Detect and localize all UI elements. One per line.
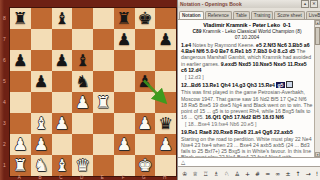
notation-para: 12...Bd6 13.Re1 Qh4 14.g3 Qh3 15.Re4 g5	[181, 81, 313, 88]
square-d3[interactable]	[72, 113, 93, 134]
white-rook-a1[interactable]: ♜	[13, 155, 28, 176]
square-b2[interactable]: ♟	[31, 134, 52, 155]
square-h5[interactable]	[155, 71, 176, 92]
square-h4[interactable]	[155, 92, 176, 113]
notation-panel: Notation - Openings Book ▴ ✕ NotationRef…	[177, 0, 320, 180]
square-g5[interactable]: ♟	[135, 71, 156, 92]
square-d5[interactable]: ♞	[72, 71, 93, 92]
tab-notation[interactable]: Notation	[179, 11, 204, 19]
square-f1[interactable]	[114, 155, 135, 176]
rank-label-3: 3	[0, 112, 9, 133]
square-b4[interactable]	[31, 92, 52, 113]
square-f5[interactable]	[114, 71, 135, 92]
square-a4[interactable]	[10, 92, 31, 113]
panel-titlebar[interactable]: Notation - Openings Book ▴ ✕	[178, 0, 320, 8]
black-knight-d5[interactable]: ♞	[75, 71, 90, 92]
square-g3[interactable]: ♟	[135, 113, 156, 134]
square-e2[interactable]	[93, 134, 114, 155]
move-text[interactable]: 19.Re1 Rae8 20.Rxe8 Rxe8 21.a4 Qg6 22.ax…	[181, 129, 293, 135]
white-king-g1[interactable]: ♚	[137, 155, 152, 176]
comment-text[interactable]: Starting on the road to perdition. White…	[181, 136, 312, 157]
square-c2[interactable]	[52, 134, 73, 155]
move-text[interactable]: 1.e4	[181, 42, 191, 48]
white-pawn-a2[interactable]: ♟	[13, 134, 28, 155]
square-g1[interactable]: ♚	[135, 155, 156, 176]
rank-label-7: 7	[0, 28, 9, 49]
chessbase-window: 87654321 ♜♝♜♚♟♟♟♟♝♟♞♟♟♜♝♟♟♛♟♟♟♟♜♞♝♛♚ ABC…	[0, 0, 320, 180]
tab-bar: NotationReferenceTableTrainingScore shee…	[178, 8, 320, 20]
square-c3[interactable]: ♟	[52, 113, 73, 134]
variation-text[interactable]: [ 12.d3 ]	[185, 74, 204, 80]
square-h3[interactable]: ♛	[155, 113, 176, 134]
rank-label-6: 6	[0, 49, 9, 70]
file-label-b: B	[30, 175, 51, 180]
black-queen-h3[interactable]: ♛	[158, 113, 173, 134]
notation-para: Starting on the road to perdition. White…	[181, 136, 313, 157]
square-d6[interactable]: ♝	[72, 50, 93, 71]
square-c1[interactable]: ♝	[52, 155, 73, 176]
square-h8[interactable]	[155, 8, 176, 29]
square-e5[interactable]	[93, 71, 114, 92]
black-pawn-b5[interactable]: ♟	[34, 71, 49, 92]
tab-livebook[interactable]: LiveBook	[306, 11, 320, 19]
black-bishop-c8[interactable]: ♝	[54, 8, 69, 29]
variation-text[interactable]: [ 18...Bxe4 19.fxe4 Nb6 20.e5 ]	[185, 121, 257, 127]
rank-labels: 87654321	[0, 7, 9, 175]
toolbar-symbols[interactable]: ♔ ♕ ♖ ♗ ♘ ♙ + # = ∞ ± ↑ → !? ?!	[182, 170, 320, 177]
square-g2[interactable]	[135, 134, 156, 155]
notation-body: 1.e4 Notes by Raymond Keene. e5 2.Nf3 Nc…	[181, 42, 313, 157]
black-pawn-h7[interactable]: ♟	[158, 29, 173, 50]
square-c4[interactable]	[52, 92, 73, 113]
square-a8[interactable]: ♜	[10, 8, 31, 29]
square-g7[interactable]	[135, 29, 156, 50]
white-pawn-d4[interactable]: ♟	[75, 92, 90, 113]
square-c7[interactable]	[52, 29, 73, 50]
black-rook-a8[interactable]: ♜	[13, 8, 28, 29]
players-text: Vladimir Kramnik - Peter Leko	[203, 22, 280, 28]
square-d2[interactable]	[72, 134, 93, 155]
file-label-a: A	[9, 175, 30, 180]
scroll-up-icon[interactable]: ▲	[315, 20, 320, 25]
move-text[interactable]: 16.Qf1 Qh5 17.Nd2 Bf5 18.f3 Nf6	[205, 114, 284, 120]
notation-variation: [ 12.d3 ]	[185, 74, 313, 80]
chess-board[interactable]: ♜♝♜♚♟♟♟♟♝♟♞♟♟♜♝♟♟♛♟♟♟♟♜♞♝♛♚	[9, 7, 177, 177]
white-rook-e4[interactable]: ♜	[96, 92, 111, 113]
square-d7[interactable]	[72, 29, 93, 50]
black-pawn-a6[interactable]: ♟	[13, 50, 28, 71]
square-h1[interactable]	[155, 155, 176, 176]
file-label-g: G	[134, 175, 155, 180]
file-label-d: D	[71, 175, 92, 180]
scroll-down-icon[interactable]: ▼	[315, 152, 320, 157]
notation-content: Vladimir Kramnik - Peter Leko 0-1 C89 Kr…	[178, 20, 320, 157]
white-knight-b1[interactable]: ♞	[34, 155, 49, 176]
square-h6[interactable]	[155, 50, 176, 71]
white-pawn-c3[interactable]: ♟	[54, 113, 69, 134]
white-queen-d1[interactable]: ♛	[75, 155, 90, 176]
notation-para: This was first played in the game Petros…	[181, 89, 313, 120]
black-king-g8[interactable]: ♚	[137, 8, 152, 29]
square-f7[interactable]: ♟	[114, 29, 135, 50]
square-c8[interactable]: ♝	[52, 8, 73, 29]
file-label-c: C	[51, 175, 72, 180]
with-idea-icon: △	[181, 159, 185, 165]
square-b7[interactable]	[31, 29, 52, 50]
square-g8[interactable]: ♚	[135, 8, 156, 29]
game-header-event: C89 Kramnik - Leko Classical World Champ…	[181, 29, 313, 41]
rank-label-1: 1	[0, 154, 9, 175]
square-d4[interactable]: ♟	[72, 92, 93, 113]
square-e7[interactable]	[93, 29, 114, 50]
file-label-h: H	[154, 175, 175, 180]
tab-score-sheet[interactable]: Score sheet	[274, 11, 305, 19]
square-f6[interactable]	[114, 50, 135, 71]
black-rook-f8[interactable]: ♜	[117, 8, 132, 29]
square-h2[interactable]: ♟	[155, 134, 176, 155]
annotation-toolbar[interactable]: ♔ ♕ ♖ ♗ ♘ ♙ + # = ∞ ± ↑ → !? ?!	[178, 166, 320, 180]
black-bishop-d6[interactable]: ♝	[75, 50, 90, 71]
square-d1[interactable]: ♛	[72, 155, 93, 176]
annotation-icon[interactable]	[286, 81, 293, 88]
square-b8[interactable]	[31, 8, 52, 29]
close-icon[interactable]: ✕	[310, 0, 318, 8]
tab-table[interactable]: Table	[233, 11, 250, 19]
current-move[interactable]: g5	[276, 82, 284, 88]
annotation-input-row[interactable]: △	[178, 157, 320, 166]
square-b6[interactable]	[31, 50, 52, 71]
square-a6[interactable]: ♟	[10, 50, 31, 71]
black-pawn-c6[interactable]: ♟	[54, 50, 69, 71]
notation-variation: [ 18...Bxe4 19.fxe4 Nb6 20.e5 ]	[185, 121, 313, 127]
square-b3[interactable]: ♝	[31, 113, 52, 134]
white-pawn-b2[interactable]: ♟	[34, 134, 49, 155]
scrollbar[interactable]: ▲ ▼	[314, 20, 320, 157]
white-pawn-g3[interactable]: ♟	[137, 113, 152, 134]
square-e6[interactable]	[93, 50, 114, 71]
notation-para: 1.e4 Notes by Raymond Keene. e5 2.Nf3 Nc…	[181, 42, 313, 73]
pin-icon[interactable]: ▴	[301, 0, 309, 8]
file-label-f: F	[113, 175, 134, 180]
square-a3[interactable]	[10, 113, 31, 134]
black-pawn-g5[interactable]: ♟	[137, 71, 152, 92]
square-c6[interactable]: ♟	[52, 50, 73, 71]
panel-title: Notation - Openings Book	[180, 1, 242, 7]
board-panel: 87654321 ♜♝♜♚♟♟♟♟♝♟♞♟♟♜♝♟♟♛♟♟♟♟♜♞♝♛♚ ABC…	[0, 0, 177, 180]
tab-reference[interactable]: Reference	[205, 11, 232, 19]
event-text: Kramnik - Leko Classical World Champion …	[201, 29, 301, 40]
square-e1[interactable]	[93, 155, 114, 176]
square-e8[interactable]	[93, 8, 114, 29]
tab-training[interactable]: Training	[251, 11, 273, 19]
square-a1[interactable]: ♜	[10, 155, 31, 176]
square-a5[interactable]	[10, 71, 31, 92]
square-a7[interactable]	[10, 29, 31, 50]
comment-text[interactable]: Notes by Raymond Keene.	[191, 42, 256, 48]
result-text: 0-1	[283, 22, 291, 28]
square-f3[interactable]	[114, 113, 135, 134]
square-d8[interactable]	[72, 8, 93, 29]
rank-label-8: 8	[0, 7, 9, 28]
scroll-thumb[interactable]	[315, 27, 320, 45]
move-text[interactable]: 12...Bd6 13.Re1 Qh4 14.g3 Qh3 15.Re4	[181, 82, 276, 88]
rank-label-4: 4	[0, 91, 9, 112]
square-c5[interactable]	[52, 71, 73, 92]
white-bishop-c1[interactable]: ♝	[54, 155, 69, 176]
square-e4[interactable]: ♜	[93, 92, 114, 113]
square-b1[interactable]: ♞	[31, 155, 52, 176]
square-e3[interactable]	[93, 113, 114, 134]
square-g6[interactable]	[135, 50, 156, 71]
square-f2[interactable]: ♟	[114, 134, 135, 155]
notation-para: 19.Re1 Rae8 20.Rxe8 Rxe8 21.a4 Qg6 22.ax…	[181, 129, 313, 135]
square-f8[interactable]: ♜	[114, 8, 135, 29]
square-b5[interactable]: ♟	[31, 71, 52, 92]
black-pawn-f7[interactable]: ♟	[117, 29, 132, 50]
white-bishop-b3[interactable]: ♝	[34, 113, 49, 134]
white-pawn-h2[interactable]: ♟	[158, 134, 173, 155]
square-h7[interactable]: ♟	[155, 29, 176, 50]
file-labels: ABCDEFGH	[9, 175, 175, 180]
square-g4[interactable]	[135, 92, 156, 113]
rank-label-2: 2	[0, 133, 9, 154]
file-label-e: E	[92, 175, 113, 180]
square-a2[interactable]: ♟	[10, 134, 31, 155]
white-pawn-f2[interactable]: ♟	[117, 134, 132, 155]
square-f4[interactable]	[114, 92, 135, 113]
rank-label-5: 5	[0, 70, 9, 91]
